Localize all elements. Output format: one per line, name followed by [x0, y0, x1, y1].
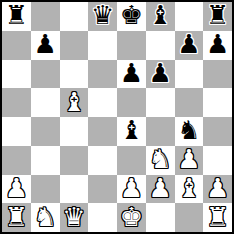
piece-black-pawn: ♟ — [177, 31, 200, 57]
square-a4[interactable] — [2, 117, 31, 146]
square-c6[interactable] — [60, 60, 89, 89]
square-h1[interactable]: ♜ — [203, 203, 232, 232]
square-f1[interactable] — [146, 203, 175, 232]
square-a7[interactable] — [2, 31, 31, 60]
square-a5[interactable] — [2, 88, 31, 117]
square-c8[interactable] — [60, 2, 89, 31]
square-e3[interactable] — [117, 146, 146, 175]
piece-white-rook: ♜ — [5, 204, 28, 230]
square-h2[interactable]: ♟ — [203, 175, 232, 204]
square-b8[interactable] — [31, 2, 60, 31]
square-c7[interactable] — [60, 31, 89, 60]
piece-white-pawn: ♟ — [120, 175, 143, 201]
square-g1[interactable] — [175, 203, 204, 232]
square-f6[interactable]: ♟ — [146, 60, 175, 89]
square-h8[interactable]: ♜ — [203, 2, 232, 31]
piece-black-pawn: ♟ — [33, 31, 56, 57]
square-d7[interactable] — [88, 31, 117, 60]
piece-black-rook: ♜ — [5, 2, 28, 28]
piece-black-pawn: ♟ — [206, 31, 229, 57]
piece-white-rook: ♜ — [206, 204, 229, 230]
square-b3[interactable] — [31, 146, 60, 175]
square-e2[interactable]: ♟ — [117, 175, 146, 204]
piece-white-bishop: ♝ — [177, 175, 200, 201]
square-e6[interactable]: ♟ — [117, 60, 146, 89]
square-b4[interactable] — [31, 117, 60, 146]
square-a8[interactable]: ♜ — [2, 2, 31, 31]
square-f2[interactable]: ♟ — [146, 175, 175, 204]
square-f5[interactable] — [146, 88, 175, 117]
chess-board: ♜♛♚♝♜♟♟♟♟♟♝♝♞♞♟♟♟♟♝♟♜♞♛♚♜ — [2, 2, 232, 232]
piece-black-bishop: ♝ — [120, 117, 143, 143]
square-a3[interactable] — [2, 146, 31, 175]
square-f3[interactable]: ♞ — [146, 146, 175, 175]
square-a6[interactable] — [2, 60, 31, 89]
square-c4[interactable] — [60, 117, 89, 146]
square-d1[interactable] — [88, 203, 117, 232]
piece-black-bishop: ♝ — [148, 2, 171, 28]
square-b6[interactable] — [31, 60, 60, 89]
chess-board-frame: ♜♛♚♝♜♟♟♟♟♟♝♝♞♞♟♟♟♟♝♟♜♞♛♚♜ — [0, 0, 234, 234]
square-g2[interactable]: ♝ — [175, 175, 204, 204]
square-h4[interactable] — [203, 117, 232, 146]
square-f8[interactable]: ♝ — [146, 2, 175, 31]
piece-black-queen: ♛ — [91, 2, 114, 28]
piece-white-knight: ♞ — [33, 204, 56, 230]
square-g5[interactable] — [175, 88, 204, 117]
square-c3[interactable] — [60, 146, 89, 175]
square-h7[interactable]: ♟ — [203, 31, 232, 60]
square-h5[interactable] — [203, 88, 232, 117]
square-g3[interactable]: ♟ — [175, 146, 204, 175]
piece-white-bishop: ♝ — [62, 89, 85, 115]
square-g6[interactable] — [175, 60, 204, 89]
square-g7[interactable]: ♟ — [175, 31, 204, 60]
square-e4[interactable]: ♝ — [117, 117, 146, 146]
square-d2[interactable] — [88, 175, 117, 204]
square-d5[interactable] — [88, 88, 117, 117]
square-h6[interactable] — [203, 60, 232, 89]
square-d6[interactable] — [88, 60, 117, 89]
piece-white-pawn: ♟ — [148, 175, 171, 201]
square-b7[interactable]: ♟ — [31, 31, 60, 60]
piece-black-pawn: ♟ — [120, 60, 143, 86]
square-a1[interactable]: ♜ — [2, 203, 31, 232]
square-h3[interactable] — [203, 146, 232, 175]
square-b1[interactable]: ♞ — [31, 203, 60, 232]
square-f7[interactable] — [146, 31, 175, 60]
piece-white-queen: ♛ — [62, 204, 85, 230]
piece-white-pawn: ♟ — [177, 146, 200, 172]
square-a2[interactable]: ♟ — [2, 175, 31, 204]
square-b2[interactable] — [31, 175, 60, 204]
square-g8[interactable] — [175, 2, 204, 31]
square-b5[interactable] — [31, 88, 60, 117]
square-e7[interactable] — [117, 31, 146, 60]
square-d3[interactable] — [88, 146, 117, 175]
piece-black-rook: ♜ — [206, 2, 229, 28]
piece-black-king: ♚ — [120, 2, 143, 28]
square-e8[interactable]: ♚ — [117, 2, 146, 31]
piece-white-king: ♚ — [120, 204, 143, 230]
piece-black-pawn: ♟ — [148, 60, 171, 86]
square-e1[interactable]: ♚ — [117, 203, 146, 232]
piece-white-pawn: ♟ — [5, 175, 28, 201]
square-f4[interactable] — [146, 117, 175, 146]
square-e5[interactable] — [117, 88, 146, 117]
square-d8[interactable]: ♛ — [88, 2, 117, 31]
square-c1[interactable]: ♛ — [60, 203, 89, 232]
square-d4[interactable] — [88, 117, 117, 146]
piece-black-knight: ♞ — [177, 117, 200, 143]
square-g4[interactable]: ♞ — [175, 117, 204, 146]
piece-white-knight: ♞ — [148, 146, 171, 172]
square-c5[interactable]: ♝ — [60, 88, 89, 117]
piece-white-pawn: ♟ — [206, 175, 229, 201]
square-c2[interactable] — [60, 175, 89, 204]
